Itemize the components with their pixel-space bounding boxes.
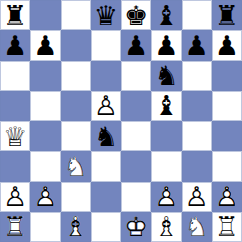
piece-white-knight: ♞♘ — [61, 151, 91, 181]
piece-white-bishop: ♝♗ — [61, 212, 91, 242]
square-b7[interactable]: ♟ — [30, 30, 60, 60]
square-b6[interactable] — [30, 61, 60, 91]
square-a1[interactable]: ♜♖ — [0, 212, 30, 242]
square-b4[interactable] — [30, 121, 60, 151]
square-c5[interactable] — [61, 91, 91, 121]
square-g4[interactable] — [182, 121, 212, 151]
square-a2[interactable]: ♟♙ — [0, 182, 30, 212]
square-a4[interactable]: ♛♕ — [0, 121, 30, 151]
piece-black-rook: ♜ — [0, 0, 30, 30]
square-g1[interactable]: ♞♘ — [182, 212, 212, 242]
square-h6[interactable] — [212, 61, 242, 91]
square-e3[interactable] — [121, 151, 151, 181]
piece-white-pawn: ♟♙ — [30, 182, 60, 212]
piece-black-knight: ♞ — [151, 61, 181, 91]
square-h2[interactable]: ♟♙ — [212, 182, 242, 212]
square-a6[interactable] — [0, 61, 30, 91]
square-d8[interactable]: ♛ — [91, 0, 121, 30]
square-f6[interactable]: ♞ — [151, 61, 181, 91]
square-d2[interactable] — [91, 182, 121, 212]
square-f2[interactable]: ♟♙ — [151, 182, 181, 212]
square-c1[interactable]: ♝♗ — [61, 212, 91, 242]
square-h4[interactable] — [212, 121, 242, 151]
piece-black-bishop: ♝ — [151, 0, 181, 30]
square-d3[interactable] — [91, 151, 121, 181]
chess-board: ♜♛♚♝♜♟♟♟♟♟♟♞♟♙♝♛♕♞♞♘♟♙♟♙♟♙♟♙♟♙♜♖♝♗♚♔♝♗♞♘… — [0, 0, 242, 242]
piece-black-pawn: ♟ — [182, 30, 212, 60]
piece-white-king: ♚♔ — [121, 212, 151, 242]
square-h3[interactable] — [212, 151, 242, 181]
piece-white-knight: ♞♘ — [182, 212, 212, 242]
piece-black-queen: ♛ — [91, 0, 121, 30]
piece-black-rook: ♜ — [212, 0, 242, 30]
piece-white-pawn: ♟♙ — [151, 182, 181, 212]
square-g5[interactable] — [182, 91, 212, 121]
square-f8[interactable]: ♝ — [151, 0, 181, 30]
square-g8[interactable] — [182, 0, 212, 30]
square-d4[interactable]: ♞ — [91, 121, 121, 151]
square-e2[interactable] — [121, 182, 151, 212]
square-h8[interactable]: ♜ — [212, 0, 242, 30]
square-a7[interactable]: ♟ — [0, 30, 30, 60]
square-c4[interactable] — [61, 121, 91, 151]
piece-black-bishop: ♝ — [151, 91, 181, 121]
piece-black-pawn: ♟ — [151, 30, 181, 60]
square-e6[interactable] — [121, 61, 151, 91]
square-c2[interactable] — [61, 182, 91, 212]
square-g2[interactable]: ♟♙ — [182, 182, 212, 212]
piece-white-pawn: ♟♙ — [212, 182, 242, 212]
square-f4[interactable] — [151, 121, 181, 151]
square-f3[interactable] — [151, 151, 181, 181]
square-f7[interactable]: ♟ — [151, 30, 181, 60]
square-b5[interactable] — [30, 91, 60, 121]
square-c8[interactable] — [61, 0, 91, 30]
square-d5[interactable]: ♟♙ — [91, 91, 121, 121]
piece-black-pawn: ♟ — [121, 30, 151, 60]
square-e4[interactable] — [121, 121, 151, 151]
piece-black-pawn: ♟ — [30, 30, 60, 60]
square-e7[interactable]: ♟ — [121, 30, 151, 60]
piece-black-pawn: ♟ — [0, 30, 30, 60]
square-c3[interactable]: ♞♘ — [61, 151, 91, 181]
piece-black-knight: ♞ — [91, 121, 121, 151]
square-g7[interactable]: ♟ — [182, 30, 212, 60]
square-b3[interactable] — [30, 151, 60, 181]
piece-white-queen: ♛♕ — [0, 121, 30, 151]
square-c7[interactable] — [61, 30, 91, 60]
square-b8[interactable] — [30, 0, 60, 30]
square-d6[interactable] — [91, 61, 121, 91]
square-g6[interactable] — [182, 61, 212, 91]
piece-white-pawn: ♟♙ — [91, 91, 121, 121]
piece-black-king: ♚ — [121, 0, 151, 30]
square-h7[interactable]: ♟ — [212, 30, 242, 60]
square-d1[interactable] — [91, 212, 121, 242]
square-a5[interactable] — [0, 91, 30, 121]
square-g3[interactable] — [182, 151, 212, 181]
piece-black-pawn: ♟ — [212, 30, 242, 60]
square-f5[interactable]: ♝ — [151, 91, 181, 121]
square-e8[interactable]: ♚ — [121, 0, 151, 30]
piece-white-rook: ♜♖ — [212, 212, 242, 242]
square-h5[interactable] — [212, 91, 242, 121]
square-e5[interactable] — [121, 91, 151, 121]
square-b2[interactable]: ♟♙ — [30, 182, 60, 212]
piece-white-rook: ♜♖ — [0, 212, 30, 242]
square-e1[interactable]: ♚♔ — [121, 212, 151, 242]
piece-white-pawn: ♟♙ — [0, 182, 30, 212]
square-f1[interactable]: ♝♗ — [151, 212, 181, 242]
piece-white-bishop: ♝♗ — [151, 212, 181, 242]
square-h1[interactable]: ♜♖ — [212, 212, 242, 242]
square-d7[interactable] — [91, 30, 121, 60]
square-a8[interactable]: ♜ — [0, 0, 30, 30]
square-b1[interactable] — [30, 212, 60, 242]
piece-white-pawn: ♟♙ — [182, 182, 212, 212]
square-a3[interactable] — [0, 151, 30, 181]
square-c6[interactable] — [61, 61, 91, 91]
